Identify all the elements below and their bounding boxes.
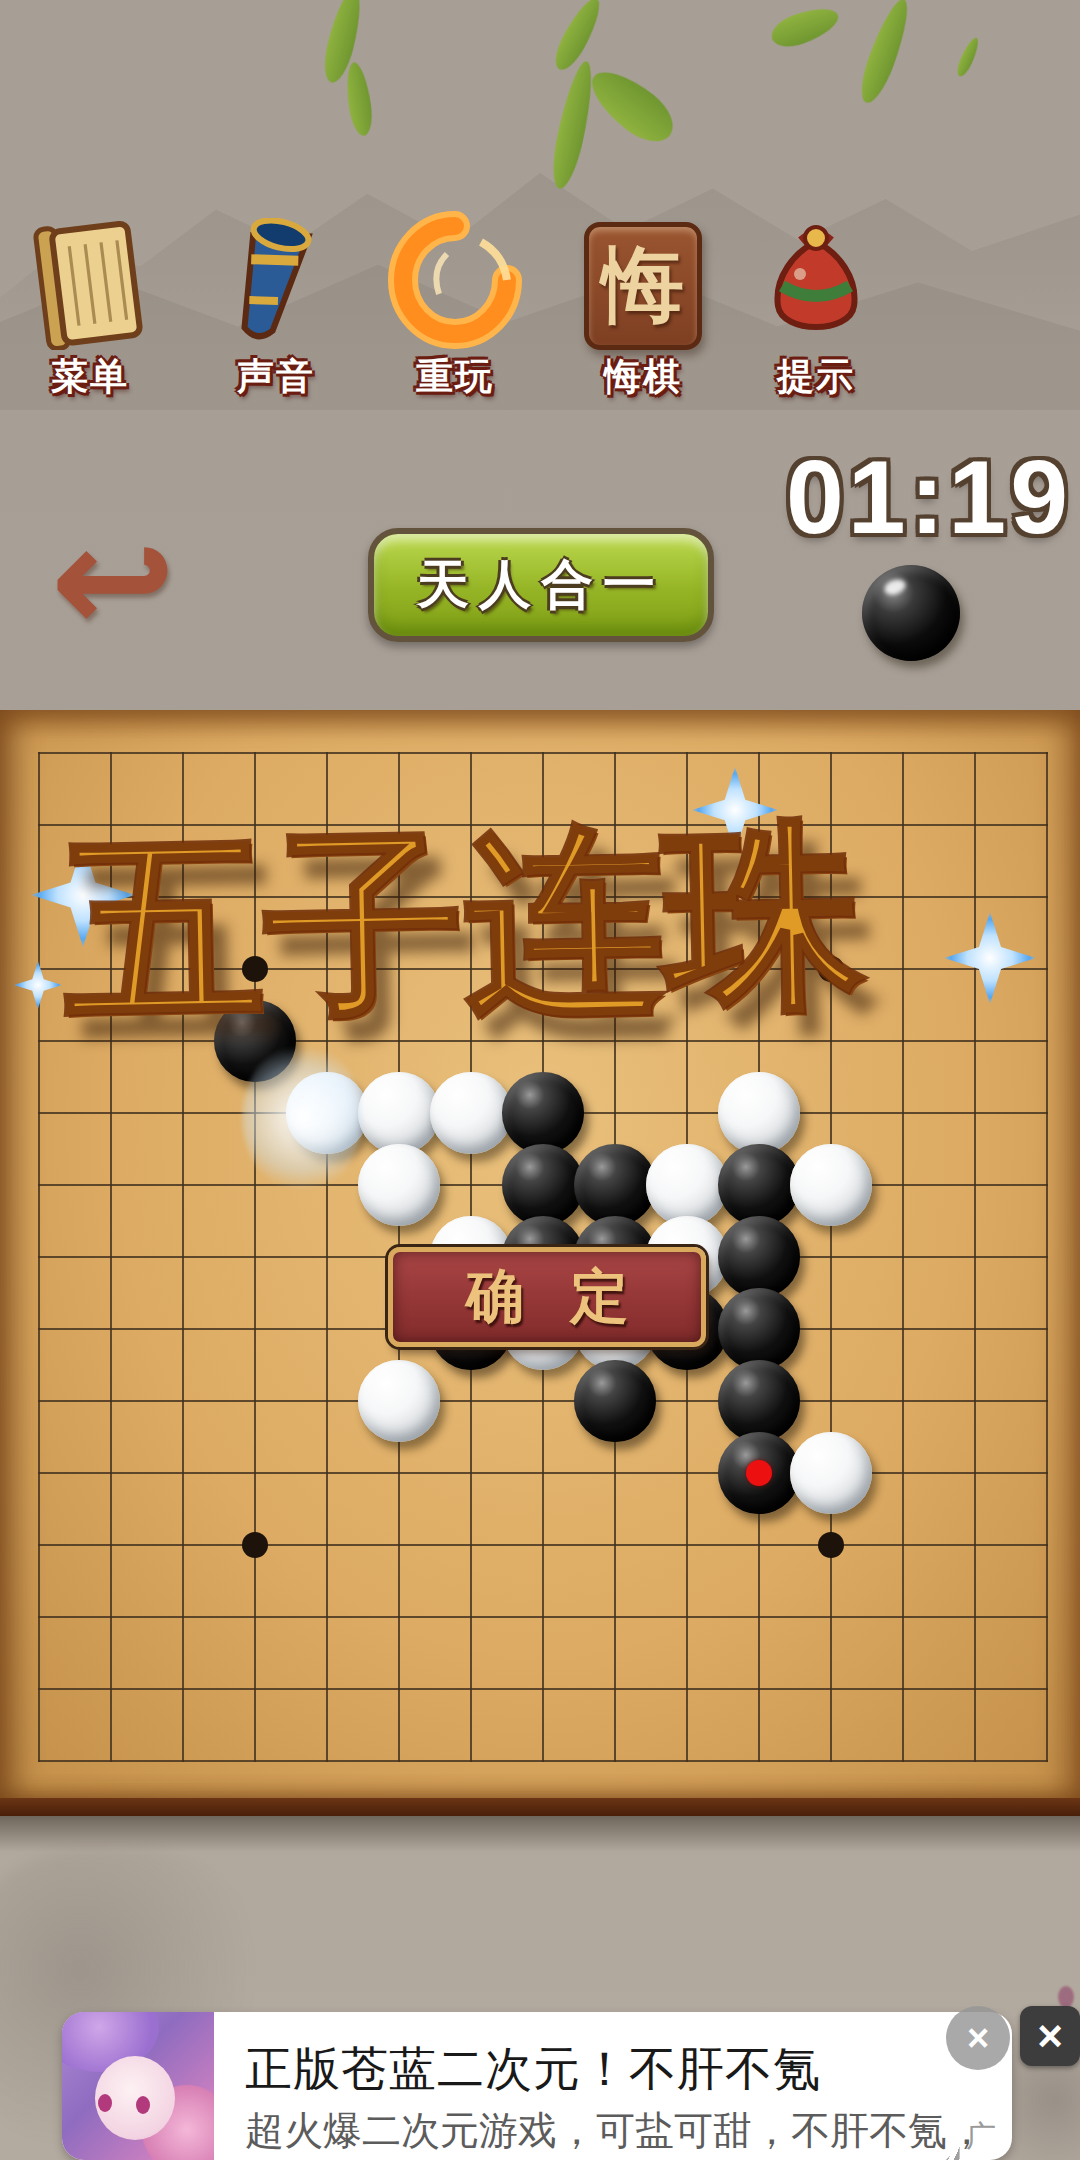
hui-plaque-icon: 悔 bbox=[548, 210, 738, 350]
bamboo-leaf bbox=[954, 35, 982, 78]
ad-app-icon[interactable] bbox=[62, 2012, 214, 2160]
white-stone bbox=[358, 1360, 440, 1442]
ad-banner[interactable]: 正版苍蓝二次元！不肝不氪 超火爆二次元游戏，可盐可甜，不肝不氪，S... × 广… bbox=[62, 2012, 1012, 2160]
replay-label: 重玩 bbox=[360, 352, 550, 402]
bamboo-leaf bbox=[854, 0, 916, 107]
ad-subtitle: 超火爆二次元游戏，可盐可甜，不肝不氪，S... bbox=[245, 2104, 1012, 2160]
black-stone bbox=[574, 1360, 656, 1442]
undo-label: 悔棋 bbox=[548, 352, 738, 402]
bamboo-leaf bbox=[549, 0, 608, 75]
mode-button-label: 天人合一 bbox=[417, 550, 665, 620]
bamboo-leaf bbox=[343, 61, 375, 137]
board-drop-shadow bbox=[0, 1816, 1080, 1852]
ad-icon-eye bbox=[136, 2096, 150, 2114]
ad-badge: 广告 bbox=[938, 2116, 1012, 2160]
star-point bbox=[818, 1532, 844, 1558]
white-stone bbox=[790, 1432, 872, 1514]
fire-swirl-icon bbox=[360, 210, 550, 350]
white-stone bbox=[286, 1072, 368, 1154]
scroll-icon bbox=[0, 210, 185, 350]
hint-button[interactable]: 提示 bbox=[721, 210, 911, 402]
close-icon: × bbox=[967, 2017, 989, 2060]
black-stone bbox=[718, 1360, 800, 1442]
white-stone bbox=[790, 1144, 872, 1226]
white-stone bbox=[358, 1072, 440, 1154]
white-stone bbox=[718, 1072, 800, 1154]
confirm-button-label: 确定 bbox=[420, 1258, 674, 1336]
board-base-edge bbox=[0, 1798, 1080, 1816]
black-stone bbox=[502, 1144, 584, 1226]
last-move-marker bbox=[746, 1460, 772, 1486]
black-stone bbox=[718, 1432, 800, 1514]
white-stone bbox=[430, 1072, 512, 1154]
sound-button[interactable]: 声音 bbox=[181, 210, 371, 402]
ad-icon-eye bbox=[98, 2094, 112, 2112]
game-screen: 菜单 声音 bbox=[0, 0, 1080, 2160]
black-stone bbox=[718, 1144, 800, 1226]
back-arrow-icon: ↩ bbox=[50, 493, 176, 667]
black-stone bbox=[718, 1216, 800, 1298]
mode-button[interactable]: 天人合一 bbox=[368, 528, 714, 642]
menu-button[interactable]: 菜单 bbox=[0, 210, 185, 402]
black-stone bbox=[502, 1072, 584, 1154]
turn-indicator-black-stone bbox=[862, 565, 960, 661]
star-point bbox=[818, 956, 844, 982]
star-point bbox=[242, 956, 268, 982]
black-stone bbox=[718, 1288, 800, 1370]
back-button[interactable]: ↩ bbox=[38, 505, 188, 655]
ink-splash bbox=[1058, 1986, 1074, 2008]
ad-title: 正版苍蓝二次元！不肝不氪 bbox=[245, 2038, 821, 2101]
game-timer: 01:19 bbox=[786, 438, 1072, 557]
white-stone bbox=[646, 1144, 728, 1226]
black-stone bbox=[214, 1000, 296, 1082]
bamboo-leaf bbox=[581, 59, 684, 153]
horn-icon bbox=[181, 210, 371, 350]
hint-label: 提示 bbox=[721, 352, 911, 402]
ad-close-button[interactable]: × bbox=[946, 2006, 1010, 2070]
undo-button[interactable]: 悔 悔棋 bbox=[548, 210, 738, 402]
confirm-button[interactable]: 确定 bbox=[388, 1247, 706, 1347]
ad-close-button-outer[interactable]: × bbox=[1020, 2006, 1080, 2066]
close-icon: × bbox=[1037, 2011, 1063, 2061]
ad-network-logo-icon bbox=[938, 2146, 960, 2160]
white-stone bbox=[358, 1144, 440, 1226]
star-point bbox=[242, 1532, 268, 1558]
black-stone bbox=[574, 1144, 656, 1226]
red-pouch-icon bbox=[721, 210, 911, 350]
menu-label: 菜单 bbox=[0, 352, 185, 402]
bamboo-leaf bbox=[767, 1, 843, 53]
replay-button[interactable]: 重玩 bbox=[360, 210, 550, 402]
sound-label: 声音 bbox=[181, 352, 371, 402]
